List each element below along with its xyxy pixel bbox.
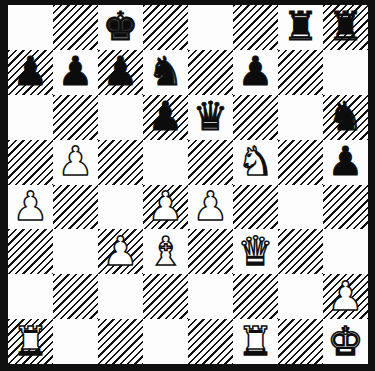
square-a1[interactable]: ♜ xyxy=(8,319,53,364)
piece-black-knight[interactable]: ♞ xyxy=(148,51,184,91)
square-g1[interactable] xyxy=(278,319,323,364)
piece-black-king[interactable]: ♚ xyxy=(103,6,139,46)
square-e5[interactable] xyxy=(188,140,233,185)
square-a4[interactable]: ♟ xyxy=(8,185,53,230)
square-f8[interactable] xyxy=(233,5,278,50)
square-c4[interactable] xyxy=(98,185,143,230)
square-b4[interactable] xyxy=(53,185,98,230)
square-f1[interactable]: ♜ xyxy=(233,319,278,364)
square-h6[interactable]: ♞ xyxy=(323,95,368,140)
square-c5[interactable] xyxy=(98,140,143,185)
square-d4[interactable]: ♟ xyxy=(143,185,188,230)
square-g5[interactable] xyxy=(278,140,323,185)
piece-black-pawn[interactable]: ♟ xyxy=(103,51,139,91)
square-f2[interactable] xyxy=(233,274,278,319)
square-f3[interactable]: ♛ xyxy=(233,229,278,274)
piece-white-pawn[interactable]: ♟ xyxy=(193,186,229,226)
square-f7[interactable]: ♟ xyxy=(233,50,278,95)
piece-black-pawn[interactable]: ♟ xyxy=(148,96,184,136)
piece-black-rook[interactable]: ♜ xyxy=(328,6,364,46)
square-d7[interactable]: ♞ xyxy=(143,50,188,95)
square-c8[interactable]: ♚ xyxy=(98,5,143,50)
square-d1[interactable] xyxy=(143,319,188,364)
square-a2[interactable] xyxy=(8,274,53,319)
square-g3[interactable] xyxy=(278,229,323,274)
piece-white-pawn[interactable]: ♟ xyxy=(328,276,364,316)
square-d8[interactable] xyxy=(143,5,188,50)
square-d3[interactable]: ♝ xyxy=(143,229,188,274)
square-g2[interactable] xyxy=(278,274,323,319)
piece-black-pawn[interactable]: ♟ xyxy=(238,51,274,91)
square-f6[interactable] xyxy=(233,95,278,140)
square-a6[interactable] xyxy=(8,95,53,140)
square-h3[interactable] xyxy=(323,229,368,274)
square-h5[interactable]: ♟ xyxy=(323,140,368,185)
square-a7[interactable]: ♟ xyxy=(8,50,53,95)
square-b8[interactable] xyxy=(53,5,98,50)
square-c7[interactable]: ♟ xyxy=(98,50,143,95)
square-g8[interactable]: ♜ xyxy=(278,5,323,50)
square-f5[interactable]: ♞ xyxy=(233,140,278,185)
square-e2[interactable] xyxy=(188,274,233,319)
square-b3[interactable] xyxy=(53,229,98,274)
square-e6[interactable]: ♛ xyxy=(188,95,233,140)
square-h8[interactable]: ♜ xyxy=(323,5,368,50)
square-g6[interactable] xyxy=(278,95,323,140)
piece-white-queen[interactable]: ♛ xyxy=(238,231,274,271)
square-e3[interactable] xyxy=(188,229,233,274)
square-a3[interactable] xyxy=(8,229,53,274)
square-e4[interactable]: ♟ xyxy=(188,185,233,230)
square-e7[interactable] xyxy=(188,50,233,95)
square-a5[interactable] xyxy=(8,140,53,185)
chess-diagram-frame: ♚♜♜♟♟♟♞♟♟♛♞♟♞♟♟♟♟♟♝♛♟♜♜♚ xyxy=(0,0,375,371)
piece-white-rook[interactable]: ♜ xyxy=(238,321,274,361)
square-d2[interactable] xyxy=(143,274,188,319)
piece-black-pawn[interactable]: ♟ xyxy=(328,141,364,181)
piece-white-king[interactable]: ♚ xyxy=(328,321,364,361)
piece-white-rook[interactable]: ♜ xyxy=(13,321,49,361)
square-h4[interactable] xyxy=(323,185,368,230)
piece-black-pawn[interactable]: ♟ xyxy=(58,51,94,91)
square-c2[interactable] xyxy=(98,274,143,319)
square-b1[interactable] xyxy=(53,319,98,364)
piece-white-pawn[interactable]: ♟ xyxy=(13,186,49,226)
square-a8[interactable] xyxy=(8,5,53,50)
piece-white-knight[interactable]: ♞ xyxy=(238,141,274,181)
square-g7[interactable] xyxy=(278,50,323,95)
square-b6[interactable] xyxy=(53,95,98,140)
square-b5[interactable]: ♟ xyxy=(53,140,98,185)
piece-black-knight[interactable]: ♞ xyxy=(328,96,364,136)
square-b7[interactable]: ♟ xyxy=(53,50,98,95)
square-g4[interactable] xyxy=(278,185,323,230)
square-h2[interactable]: ♟ xyxy=(323,274,368,319)
piece-black-pawn[interactable]: ♟ xyxy=(13,51,49,91)
piece-white-pawn[interactable]: ♟ xyxy=(148,186,184,226)
square-b2[interactable] xyxy=(53,274,98,319)
piece-white-pawn[interactable]: ♟ xyxy=(58,141,94,181)
square-c6[interactable] xyxy=(98,95,143,140)
square-h1[interactable]: ♚ xyxy=(323,319,368,364)
square-d6[interactable]: ♟ xyxy=(143,95,188,140)
square-e1[interactable] xyxy=(188,319,233,364)
square-f4[interactable] xyxy=(233,185,278,230)
piece-black-rook[interactable]: ♜ xyxy=(283,6,319,46)
square-d5[interactable] xyxy=(143,140,188,185)
piece-white-bishop[interactable]: ♝ xyxy=(148,231,184,271)
piece-white-pawn[interactable]: ♟ xyxy=(103,231,139,271)
chess-board: ♚♜♜♟♟♟♞♟♟♛♞♟♞♟♟♟♟♟♝♛♟♜♜♚ xyxy=(8,5,368,364)
square-h7[interactable] xyxy=(323,50,368,95)
square-c3[interactable]: ♟ xyxy=(98,229,143,274)
square-c1[interactable] xyxy=(98,319,143,364)
square-e8[interactable] xyxy=(188,5,233,50)
piece-black-queen[interactable]: ♛ xyxy=(193,96,229,136)
